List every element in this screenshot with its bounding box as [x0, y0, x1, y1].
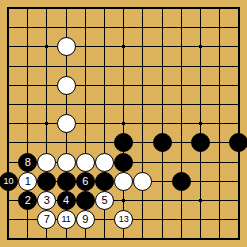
star-point: [122, 45, 125, 48]
black-stone: 8: [18, 153, 37, 172]
move-number: 9: [77, 211, 94, 228]
white-stone: 5: [95, 191, 114, 210]
black-stone: 2: [18, 191, 37, 210]
move-number: 2: [19, 192, 36, 209]
star-point: [122, 199, 125, 202]
star-point: [45, 122, 48, 125]
move-number: 7: [38, 211, 55, 228]
star-point: [45, 45, 48, 48]
star-point: [122, 122, 125, 125]
star-point: [199, 122, 202, 125]
white-stone: 7: [37, 210, 56, 229]
move-number: 11: [58, 211, 75, 228]
black-stone: 10: [0, 172, 18, 191]
white-stone: [76, 153, 95, 172]
white-stone: 9: [76, 210, 95, 229]
white-stone: [57, 114, 76, 133]
white-stone: 11: [57, 210, 76, 229]
white-stone: 1: [18, 172, 37, 191]
white-stone: 3: [37, 191, 56, 210]
black-stone: 4: [57, 191, 76, 210]
white-stone: [57, 37, 76, 56]
white-stone: [57, 76, 76, 95]
black-stone: 6: [76, 172, 95, 191]
move-number: 8: [19, 154, 36, 171]
white-stone: [37, 153, 56, 172]
black-stone: [172, 172, 191, 191]
move-number: 13: [115, 211, 132, 228]
black-stone: [57, 172, 76, 191]
black-stone: [95, 172, 114, 191]
go-board-diagram: 810162345711913: [0, 0, 247, 247]
white-stone: [57, 153, 76, 172]
star-point: [199, 45, 202, 48]
white-stone: 13: [114, 210, 133, 229]
move-number: 5: [96, 192, 113, 209]
black-stone: [76, 191, 95, 210]
black-stone: [114, 153, 133, 172]
move-number: 3: [38, 192, 55, 209]
move-number: 10: [0, 173, 17, 190]
black-stone: [153, 133, 172, 152]
move-number: 1: [19, 173, 36, 190]
move-number: 6: [77, 173, 94, 190]
star-point: [199, 199, 202, 202]
black-stone: [229, 133, 247, 152]
move-number: 4: [58, 192, 75, 209]
white-stone: [114, 172, 133, 191]
white-stone: [95, 153, 114, 172]
